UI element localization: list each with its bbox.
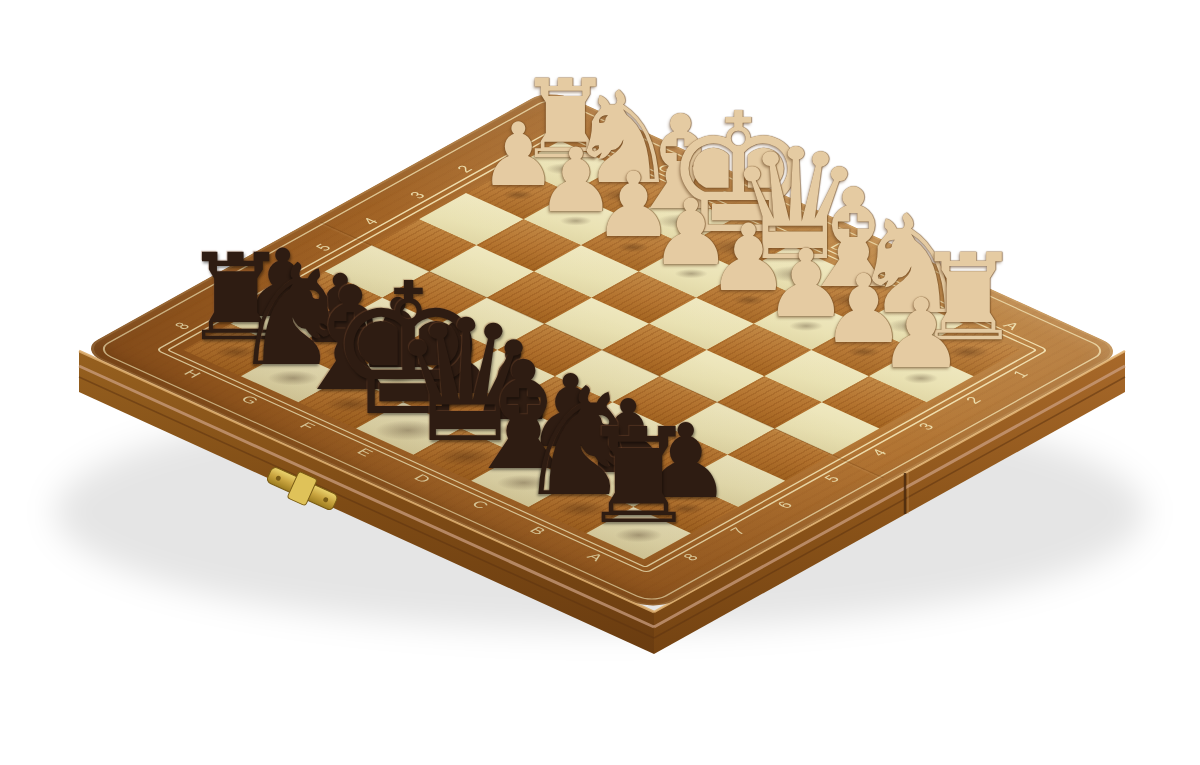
scene: HGFEDCBA HGFEDCBA 12345678 12345678 ♜♞♝♛…	[0, 0, 1200, 765]
piece-black-rook-a8: ♜	[580, 411, 698, 542]
pieces-layer: ♜♞♝♛♚♝♞♜♟♟♟♟♟♟♟♟♟♟♟♟♟♟♟♟♜♞♝♛♚♝♞♜	[0, 0, 1200, 765]
piece-white-pawn-a2: ♟	[878, 287, 964, 383]
